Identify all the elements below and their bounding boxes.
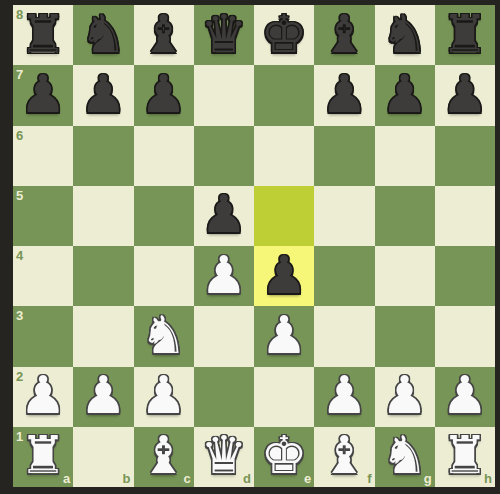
- square-b3[interactable]: [73, 306, 133, 366]
- white-king-e1[interactable]: ♚: [254, 427, 314, 487]
- square-f8[interactable]: ♝: [314, 5, 374, 65]
- square-b6[interactable]: [73, 126, 133, 186]
- file-label-b: b: [123, 471, 131, 486]
- square-h1[interactable]: h♜: [435, 427, 495, 487]
- white-knight-g1[interactable]: ♞: [375, 427, 435, 487]
- white-pawn-h2[interactable]: ♟: [435, 367, 495, 427]
- black-rook-h8[interactable]: ♜: [435, 5, 495, 65]
- square-h2[interactable]: ♟: [435, 367, 495, 427]
- white-bishop-c1[interactable]: ♝: [134, 427, 194, 487]
- square-c4[interactable]: [134, 246, 194, 306]
- square-c1[interactable]: c♝: [134, 427, 194, 487]
- black-pawn-c7[interactable]: ♟: [134, 65, 194, 125]
- rank-label-3: 3: [16, 308, 23, 323]
- square-g1[interactable]: g♞: [375, 427, 435, 487]
- square-c8[interactable]: ♝: [134, 5, 194, 65]
- black-pawn-a7[interactable]: ♟: [13, 65, 73, 125]
- black-knight-g8[interactable]: ♞: [375, 5, 435, 65]
- square-g6[interactable]: [375, 126, 435, 186]
- square-b2[interactable]: ♟: [73, 367, 133, 427]
- square-f5[interactable]: [314, 186, 374, 246]
- square-a1[interactable]: 1a♜: [13, 427, 73, 487]
- white-rook-h1[interactable]: ♜: [435, 427, 495, 487]
- white-pawn-g2[interactable]: ♟: [375, 367, 435, 427]
- square-a4[interactable]: 4: [13, 246, 73, 306]
- square-a2[interactable]: 2♟: [13, 367, 73, 427]
- square-g7[interactable]: ♟: [375, 65, 435, 125]
- white-pawn-d4[interactable]: ♟: [194, 246, 254, 306]
- square-g3[interactable]: [375, 306, 435, 366]
- square-f2[interactable]: ♟: [314, 367, 374, 427]
- chess-board: 8♜♞♝♛♚♝♞♜7♟♟♟♟♟♟65♟4♟♟3♞♟2♟♟♟♟♟♟1a♜bc♝d♛…: [13, 5, 495, 487]
- square-d5[interactable]: ♟: [194, 186, 254, 246]
- square-e6[interactable]: [254, 126, 314, 186]
- square-d1[interactable]: d♛: [194, 427, 254, 487]
- white-pawn-f2[interactable]: ♟: [314, 367, 374, 427]
- black-knight-b8[interactable]: ♞: [73, 5, 133, 65]
- square-c3[interactable]: ♞: [134, 306, 194, 366]
- square-h6[interactable]: [435, 126, 495, 186]
- square-d3[interactable]: [194, 306, 254, 366]
- board-frame: 8♜♞♝♛♚♝♞♜7♟♟♟♟♟♟65♟4♟♟3♞♟2♟♟♟♟♟♟1a♜bc♝d♛…: [0, 0, 500, 494]
- square-h4[interactable]: [435, 246, 495, 306]
- square-d4[interactable]: ♟: [194, 246, 254, 306]
- black-bishop-f8[interactable]: ♝: [314, 5, 374, 65]
- white-bishop-f1[interactable]: ♝: [314, 427, 374, 487]
- square-c6[interactable]: [134, 126, 194, 186]
- black-pawn-e4[interactable]: ♟: [254, 246, 314, 306]
- square-e8[interactable]: ♚: [254, 5, 314, 65]
- square-b7[interactable]: ♟: [73, 65, 133, 125]
- black-queen-d8[interactable]: ♛: [194, 5, 254, 65]
- black-rook-a8[interactable]: ♜: [13, 5, 73, 65]
- white-queen-d1[interactable]: ♛: [194, 427, 254, 487]
- square-g8[interactable]: ♞: [375, 5, 435, 65]
- black-pawn-b7[interactable]: ♟: [73, 65, 133, 125]
- square-a7[interactable]: 7♟: [13, 65, 73, 125]
- black-pawn-f7[interactable]: ♟: [314, 65, 374, 125]
- black-bishop-c8[interactable]: ♝: [134, 5, 194, 65]
- rank-label-5: 5: [16, 188, 23, 203]
- square-b5[interactable]: [73, 186, 133, 246]
- square-e7[interactable]: [254, 65, 314, 125]
- white-rook-a1[interactable]: ♜: [13, 427, 73, 487]
- white-pawn-b2[interactable]: ♟: [73, 367, 133, 427]
- square-e2[interactable]: [254, 367, 314, 427]
- square-a3[interactable]: 3: [13, 306, 73, 366]
- square-d7[interactable]: [194, 65, 254, 125]
- square-b1[interactable]: b: [73, 427, 133, 487]
- square-f4[interactable]: [314, 246, 374, 306]
- rank-label-4: 4: [16, 248, 23, 263]
- white-pawn-e3[interactable]: ♟: [254, 306, 314, 366]
- square-d2[interactable]: [194, 367, 254, 427]
- square-a8[interactable]: 8♜: [13, 5, 73, 65]
- white-pawn-a2[interactable]: ♟: [13, 367, 73, 427]
- black-pawn-d5[interactable]: ♟: [194, 186, 254, 246]
- square-c2[interactable]: ♟: [134, 367, 194, 427]
- square-e1[interactable]: e♚: [254, 427, 314, 487]
- square-b4[interactable]: [73, 246, 133, 306]
- black-king-e8[interactable]: ♚: [254, 5, 314, 65]
- square-h8[interactable]: ♜: [435, 5, 495, 65]
- square-a5[interactable]: 5: [13, 186, 73, 246]
- square-f3[interactable]: [314, 306, 374, 366]
- square-f6[interactable]: [314, 126, 374, 186]
- square-g4[interactable]: [375, 246, 435, 306]
- square-b8[interactable]: ♞: [73, 5, 133, 65]
- square-c7[interactable]: ♟: [134, 65, 194, 125]
- square-g5[interactable]: [375, 186, 435, 246]
- rank-label-6: 6: [16, 128, 23, 143]
- white-knight-c3[interactable]: ♞: [134, 306, 194, 366]
- square-e4[interactable]: ♟: [254, 246, 314, 306]
- square-a6[interactable]: 6: [13, 126, 73, 186]
- black-pawn-g7[interactable]: ♟: [375, 65, 435, 125]
- square-g2[interactable]: ♟: [375, 367, 435, 427]
- square-e5[interactable]: [254, 186, 314, 246]
- square-f7[interactable]: ♟: [314, 65, 374, 125]
- square-d6[interactable]: [194, 126, 254, 186]
- square-f1[interactable]: f♝: [314, 427, 374, 487]
- square-h7[interactable]: ♟: [435, 65, 495, 125]
- white-pawn-c2[interactable]: ♟: [134, 367, 194, 427]
- square-d8[interactable]: ♛: [194, 5, 254, 65]
- square-c5[interactable]: [134, 186, 194, 246]
- black-pawn-h7[interactable]: ♟: [435, 65, 495, 125]
- square-h3[interactable]: [435, 306, 495, 366]
- square-e3[interactable]: ♟: [254, 306, 314, 366]
- square-h5[interactable]: [435, 186, 495, 246]
